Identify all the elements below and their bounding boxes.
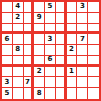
cell-r8c1[interactable]: 3	[2, 77, 13, 88]
cell-r5c6[interactable]	[56, 45, 67, 56]
cell-r8c4[interactable]	[34, 77, 45, 88]
cell-r4c3[interactable]	[24, 34, 35, 45]
cell-r2c9[interactable]	[88, 13, 99, 24]
cell-r5c7[interactable]: 2	[67, 45, 78, 56]
cell-r4c4[interactable]	[34, 34, 45, 45]
cell-r5c1[interactable]	[2, 45, 13, 56]
cell-r5c3[interactable]	[24, 45, 35, 56]
cell-r6c7[interactable]	[67, 56, 78, 67]
cell-r3c8[interactable]	[77, 24, 88, 35]
cell-r3c2[interactable]	[13, 24, 24, 35]
cell-r9c7[interactable]	[67, 88, 78, 99]
cell-r3c1[interactable]	[2, 24, 13, 35]
cell-r2c4[interactable]: 9	[34, 13, 45, 24]
cell-r8c3[interactable]: 7	[24, 77, 35, 88]
cell-r5c5[interactable]	[45, 45, 56, 56]
cell-r4c5[interactable]: 3	[45, 34, 56, 45]
cell-r6c2[interactable]	[13, 56, 24, 67]
cell-r1c4[interactable]	[34, 2, 45, 13]
cell-r7c3[interactable]	[24, 67, 35, 78]
cell-r6c8[interactable]	[77, 56, 88, 67]
cell-r1c2[interactable]: 4	[13, 2, 24, 13]
cell-r2c8[interactable]	[77, 13, 88, 24]
cell-r7c5[interactable]	[45, 67, 56, 78]
cell-r8c8[interactable]	[77, 77, 88, 88]
cell-r5c8[interactable]	[77, 45, 88, 56]
cell-r6c3[interactable]	[24, 56, 35, 67]
cell-r4c1[interactable]: 6	[2, 34, 13, 45]
cell-r6c4[interactable]	[34, 56, 45, 67]
cell-r3c3[interactable]	[24, 24, 35, 35]
cell-r3c6[interactable]	[56, 24, 67, 35]
cell-r9c8[interactable]	[77, 88, 88, 99]
cell-r8c7[interactable]	[67, 77, 78, 88]
cell-r8c6[interactable]	[56, 77, 67, 88]
cell-r1c1[interactable]	[2, 2, 13, 13]
cell-r1c9[interactable]	[88, 2, 99, 13]
cell-r9c1[interactable]: 5	[2, 88, 13, 99]
cell-r6c5[interactable]: 6	[45, 56, 56, 67]
cell-r9c2[interactable]	[13, 88, 24, 99]
cell-r7c4[interactable]: 2	[34, 67, 45, 78]
cell-r2c1[interactable]	[2, 13, 13, 24]
cell-r8c2[interactable]	[13, 77, 24, 88]
cell-r4c2[interactable]	[13, 34, 24, 45]
cell-r7c6[interactable]	[56, 67, 67, 78]
cell-r2c7[interactable]	[67, 13, 78, 24]
cell-r9c5[interactable]	[45, 88, 56, 99]
cell-r5c9[interactable]	[88, 45, 99, 56]
cell-r9c9[interactable]	[88, 88, 99, 99]
cell-r4c9[interactable]	[88, 34, 99, 45]
cell-r4c6[interactable]	[56, 34, 67, 45]
cell-r7c9[interactable]	[88, 67, 99, 78]
cell-r4c8[interactable]: 7	[77, 34, 88, 45]
cell-r6c6[interactable]	[56, 56, 67, 67]
sudoku-board: 45329637826213758	[0, 0, 101, 101]
cell-r3c9[interactable]	[88, 24, 99, 35]
cell-r8c9[interactable]	[88, 77, 99, 88]
cell-r2c3[interactable]	[24, 13, 35, 24]
cell-r1c7[interactable]	[67, 2, 78, 13]
cell-r1c8[interactable]: 3	[77, 2, 88, 13]
cell-r9c6[interactable]	[56, 88, 67, 99]
cell-r5c2[interactable]: 8	[13, 45, 24, 56]
cell-r2c6[interactable]	[56, 13, 67, 24]
cell-r5c4[interactable]	[34, 45, 45, 56]
cell-r8c5[interactable]	[45, 77, 56, 88]
cell-r1c3[interactable]	[24, 2, 35, 13]
cell-r2c2[interactable]: 2	[13, 13, 24, 24]
cell-r6c1[interactable]	[2, 56, 13, 67]
cell-r1c6[interactable]	[56, 2, 67, 13]
cell-r9c3[interactable]	[24, 88, 35, 99]
cell-r7c2[interactable]	[13, 67, 24, 78]
cell-r4c7[interactable]	[67, 34, 78, 45]
cell-r2c5[interactable]	[45, 13, 56, 24]
cell-r7c7[interactable]: 1	[67, 67, 78, 78]
cell-r3c4[interactable]	[34, 24, 45, 35]
cell-r1c5[interactable]: 5	[45, 2, 56, 13]
cell-r7c8[interactable]	[77, 67, 88, 78]
cell-r7c1[interactable]	[2, 67, 13, 78]
cell-r9c4[interactable]: 8	[34, 88, 45, 99]
cell-r6c9[interactable]	[88, 56, 99, 67]
cell-r3c5[interactable]	[45, 24, 56, 35]
cell-r3c7[interactable]	[67, 24, 78, 35]
